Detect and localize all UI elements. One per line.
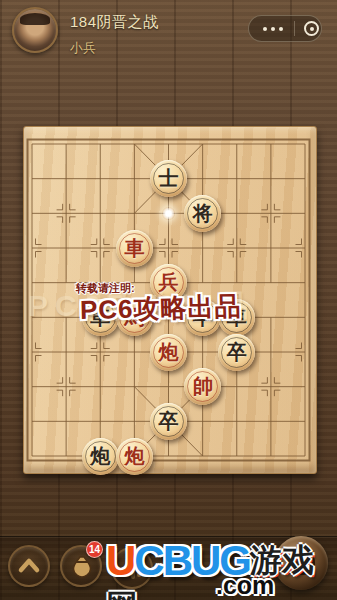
last-move-dot: [162, 207, 175, 220]
wechat-capsule: [248, 15, 322, 42]
piece-label: 車: [124, 235, 144, 262]
piece-red-general[interactable]: 帥: [184, 368, 221, 405]
chevron-up-icon: [10, 547, 48, 585]
piece-black-cannon[interactable]: 炮: [82, 438, 119, 475]
piece-black-general[interactable]: 将: [184, 195, 221, 232]
avatar[interactable]: [12, 7, 58, 53]
more-icon[interactable]: [263, 27, 283, 31]
piece-black-advisor[interactable]: 士: [150, 160, 187, 197]
piece-black-chariot[interactable]: 車: [218, 299, 255, 336]
piece-red-soldier[interactable]: 兵: [150, 264, 187, 301]
player-name: 小兵: [70, 39, 159, 57]
badge-count: 14: [86, 541, 103, 558]
piece-label: 車: [227, 304, 247, 331]
piece-label: 馬: [124, 304, 144, 331]
header-titles: 184阴晋之战 小兵: [70, 13, 159, 57]
piece-label: 卒: [159, 408, 179, 435]
site-logo: UCBUG游戏网 .com: [106, 537, 337, 600]
piece-label: 炮: [90, 443, 110, 470]
piece-label: 兵: [159, 269, 179, 296]
piece-red-horse[interactable]: 馬: [116, 299, 153, 336]
xiangqi-board[interactable]: 士将車兵車馬卒車炮卒帥卒炮炮: [23, 126, 317, 474]
close-icon[interactable]: [304, 21, 319, 36]
piece-label: 帥: [193, 373, 213, 400]
piece-red-chariot[interactable]: 車: [116, 230, 153, 267]
piece-label: 炮: [159, 339, 179, 366]
piece-label: 士: [159, 165, 179, 192]
piece-black-chariot[interactable]: 車: [82, 299, 119, 336]
logo-com: .com: [216, 571, 274, 600]
piece-black-soldier[interactable]: 卒: [184, 299, 221, 336]
app-screen: 184阴晋之战 小兵 士将車兵車馬卒車炮卒帥卒炮炮 PC6攻略出品 转载请注明:…: [0, 0, 337, 600]
items-button[interactable]: 14: [60, 545, 102, 587]
piece-red-cannon[interactable]: 炮: [116, 438, 153, 475]
piece-label: 卒: [193, 304, 213, 331]
collapse-button[interactable]: [8, 545, 50, 587]
level-title: 184阴晋之战: [70, 13, 159, 32]
capsule-divider: [294, 21, 295, 36]
piece-label: 炮: [124, 443, 144, 470]
piece-label: 将: [193, 200, 213, 227]
piece-label: 車: [90, 304, 110, 331]
piece-label: 卒: [227, 339, 247, 366]
piece-black-soldier[interactable]: 卒: [150, 403, 187, 440]
logo-letter-u: U: [106, 537, 134, 584]
piece-red-cannon[interactable]: 炮: [150, 334, 187, 371]
piece-black-soldier[interactable]: 卒: [218, 334, 255, 371]
